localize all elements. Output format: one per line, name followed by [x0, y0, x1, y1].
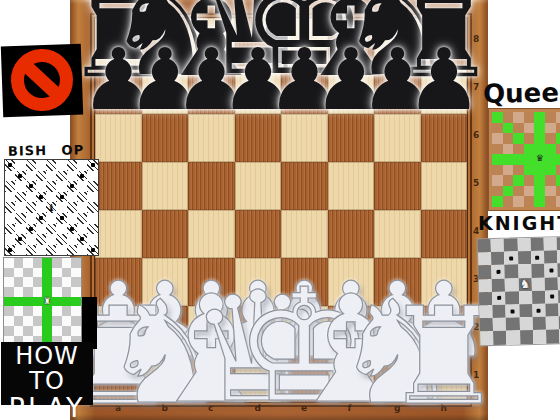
mini-square [478, 252, 492, 266]
mini-square [77, 171, 87, 182]
mini-square [87, 160, 97, 171]
mini-square [42, 258, 52, 268]
mini-square [15, 224, 25, 235]
mini-square [519, 291, 533, 305]
mini-square [14, 316, 24, 326]
mini-square [517, 238, 531, 252]
mini-square [491, 239, 505, 253]
square-f5[interactable] [328, 162, 375, 210]
mini-square [23, 258, 33, 268]
mini-square [14, 306, 24, 316]
square-h5[interactable] [421, 162, 468, 210]
rank-label-5: 5 [473, 178, 479, 188]
mini-square [77, 192, 87, 203]
mini-square [26, 160, 36, 171]
mini-square [42, 277, 52, 287]
mini-square [479, 292, 493, 306]
mini-square [5, 171, 15, 182]
mini-square [556, 186, 560, 197]
mini-square [519, 317, 533, 331]
mini-square [534, 133, 545, 144]
mini-square [77, 234, 87, 245]
mini-square [56, 213, 66, 224]
bishop-move-dot [80, 174, 84, 178]
mini-square [67, 160, 77, 171]
bishop-icon: ♝ [47, 202, 56, 212]
piece-black-pawn-h7[interactable]: ♟ [406, 37, 482, 122]
bishop-move-dot [18, 174, 22, 178]
mini-square [36, 245, 46, 256]
mini-square [545, 303, 559, 317]
mini-square [87, 234, 97, 245]
mini-square [46, 160, 56, 171]
mini-square [513, 196, 524, 207]
mini-square [4, 326, 14, 336]
mini-square [518, 264, 532, 278]
mini-square [492, 123, 503, 134]
mini-square [23, 268, 33, 278]
square-d4[interactable] [235, 210, 282, 258]
mini-square [545, 133, 556, 144]
mini-square [479, 279, 493, 293]
mini-square [77, 181, 87, 192]
mini-square [556, 165, 560, 176]
mini-square [87, 171, 97, 182]
mini-square [36, 160, 46, 171]
knight-move-dot [510, 309, 514, 313]
mini-square [478, 265, 492, 279]
mini-square [556, 133, 560, 144]
chess-board-frame: ♜♞♝♛♚♝♞♜♟♟♟♟♟♟♟♟♟♟♟♟♟♟♟♟♜♞♝♛♚♝♞♜ abcdefg… [70, 0, 488, 420]
mini-square [46, 234, 56, 245]
knight-card-title: KNIGHT [478, 212, 560, 234]
mini-square [14, 268, 24, 278]
mini-square [67, 171, 77, 182]
mini-square [42, 306, 52, 316]
no-entry-sign[interactable] [1, 44, 83, 118]
mini-square [545, 144, 556, 155]
square-g4[interactable] [374, 210, 421, 258]
mini-square [36, 181, 46, 192]
mini-square [503, 112, 514, 123]
mini-square [545, 123, 556, 134]
mini-square [556, 154, 560, 165]
knight-icon: ♞ [519, 278, 530, 290]
mini-square [56, 160, 66, 171]
mini-square [33, 268, 43, 278]
bishop-move-dot [18, 237, 22, 241]
mini-square [533, 330, 547, 344]
mini-square [513, 133, 524, 144]
mini-square [23, 326, 33, 336]
bishop-move-dot [39, 195, 43, 199]
mini-square: ♛ [534, 154, 545, 165]
mini-square [33, 316, 43, 326]
mini-square: ♜ [42, 297, 52, 307]
mini-square [26, 213, 36, 224]
mini-square [524, 196, 535, 207]
mini-square [36, 234, 46, 245]
mini-square [71, 326, 81, 336]
bishop-move-dot [29, 227, 33, 231]
mini-square [77, 213, 87, 224]
mini-square [46, 181, 56, 192]
mini-square [62, 258, 72, 268]
mini-square [71, 316, 81, 326]
rook-moves-diagram: ♜ [3, 257, 82, 346]
bishop-move-dot [29, 184, 33, 188]
mini-square [544, 251, 558, 265]
mini-square [524, 175, 535, 186]
mini-square [67, 245, 77, 256]
mini-square [67, 202, 77, 213]
mini-square [52, 306, 62, 316]
mini-square [14, 287, 24, 297]
mini-square [36, 213, 46, 224]
mini-square [492, 133, 503, 144]
mini-square [62, 277, 72, 287]
mini-square [62, 316, 72, 326]
mini-square [52, 297, 62, 307]
mini-square [545, 175, 556, 186]
mini-square [4, 316, 14, 326]
mini-square [478, 239, 492, 253]
mini-square [71, 268, 81, 278]
mini-square [62, 306, 72, 316]
mini-square [33, 277, 43, 287]
mini-square [492, 278, 506, 292]
mini-square [532, 317, 546, 331]
mini-square [71, 258, 81, 268]
square-e4[interactable] [281, 210, 328, 258]
knight-moves-diagram: ♞ [477, 236, 560, 346]
mini-square [479, 305, 493, 319]
bishop-move-dot [39, 216, 43, 220]
mini-square [62, 297, 72, 307]
mini-square [520, 330, 534, 344]
mini-square [77, 160, 87, 171]
mini-square [23, 297, 33, 307]
mini-square [530, 238, 544, 252]
mini-square [71, 287, 81, 297]
mini-square [87, 192, 97, 203]
mini-square [513, 186, 524, 197]
mini-square [33, 326, 43, 336]
mini-square [545, 277, 559, 291]
bishop-move-dot [80, 237, 84, 241]
mini-square [52, 258, 62, 268]
mini-square [52, 326, 62, 336]
mini-square [503, 165, 514, 176]
mini-square [46, 224, 56, 235]
mini-square [492, 154, 503, 165]
mini-square [15, 181, 25, 192]
knight-move-dot [535, 256, 539, 260]
mini-square [26, 192, 36, 203]
mini-square [492, 165, 503, 176]
bishop-move-dot [70, 227, 74, 231]
mini-square [492, 265, 506, 279]
mini-square [492, 186, 503, 197]
mini-square [26, 245, 36, 256]
bishop-move-dot [8, 248, 12, 252]
mini-square [26, 234, 36, 245]
bishop-move-dot [91, 163, 95, 167]
mini-square [5, 181, 15, 192]
mini-square [545, 165, 556, 176]
knight-move-dot [550, 295, 554, 299]
square-b4[interactable] [142, 210, 189, 258]
mini-square [524, 165, 535, 176]
mini-square: ♞ [518, 278, 532, 292]
mini-square [52, 268, 62, 278]
mini-square [56, 192, 66, 203]
mini-square [26, 181, 36, 192]
mini-square [87, 213, 97, 224]
mini-square [534, 123, 545, 134]
mini-square [46, 245, 56, 256]
mini-square [513, 175, 524, 186]
mini-square [77, 224, 87, 235]
mini-square [545, 186, 556, 197]
mini-square [506, 317, 520, 331]
mini-square [67, 213, 77, 224]
mini-square [87, 245, 97, 256]
mini-square [15, 213, 25, 224]
mini-square [56, 171, 66, 182]
mini-square [506, 304, 520, 318]
mini-square [503, 175, 514, 186]
mini-square [62, 287, 72, 297]
mini-square [503, 123, 514, 134]
mini-square [544, 264, 558, 278]
mini-square [14, 258, 24, 268]
mini-square [534, 112, 545, 123]
mini-square [14, 297, 24, 307]
mini-square [5, 192, 15, 203]
square-a5[interactable] [95, 162, 142, 210]
mini-square [545, 154, 556, 165]
square-a4[interactable] [95, 210, 142, 258]
mini-square [23, 306, 33, 316]
mini-square [56, 181, 66, 192]
mini-square [15, 245, 25, 256]
mini-square [513, 144, 524, 155]
mini-square [52, 287, 62, 297]
bishop-move-dot [8, 163, 12, 167]
mini-square [556, 112, 560, 123]
how-to-play-button[interactable]: HOW TO PLAY [1, 342, 93, 405]
mini-square [15, 202, 25, 213]
knight-move-dot [549, 268, 553, 272]
mini-square [33, 297, 43, 307]
mini-square [546, 330, 560, 344]
mini-square [493, 331, 507, 345]
mini-square [4, 297, 14, 307]
mini-square [544, 237, 558, 251]
mini-square [534, 165, 545, 176]
queen-icon: ♛ [536, 155, 544, 164]
mini-square [67, 181, 77, 192]
mini-square [77, 202, 87, 213]
mini-square [513, 123, 524, 134]
mini-square [46, 213, 56, 224]
mini-square [33, 258, 43, 268]
mini-square [492, 196, 503, 207]
mini-square [519, 304, 533, 318]
mini-square [71, 297, 81, 307]
mini-square [492, 112, 503, 123]
mini-square [524, 186, 535, 197]
queen-moves-diagram: ♛ [489, 109, 560, 210]
mini-square [518, 251, 532, 265]
mini-square [52, 277, 62, 287]
mini-square [5, 245, 15, 256]
mini-square [505, 265, 519, 279]
mini-square [14, 277, 24, 287]
mini-square [62, 268, 72, 278]
bishop-moves-diagram: ♝ [4, 159, 99, 256]
bishop-move-dot [70, 184, 74, 188]
mini-square [23, 277, 33, 287]
square-d5[interactable] [235, 162, 282, 210]
mini-square [524, 123, 535, 134]
mini-square [532, 290, 546, 304]
mini-square [62, 326, 72, 336]
mini-square [87, 181, 97, 192]
mini-square [524, 133, 535, 144]
mini-square [480, 331, 494, 345]
mini-square [4, 306, 14, 316]
mini-square [524, 154, 535, 165]
mini-square [503, 196, 514, 207]
mini-square [504, 238, 518, 252]
mini-square [36, 202, 46, 213]
mini-square [506, 331, 520, 345]
bishop-move-dot [60, 216, 64, 220]
mini-square [493, 318, 507, 332]
mini-square [5, 234, 15, 245]
mini-square [15, 171, 25, 182]
square-f4[interactable] [328, 210, 375, 258]
mini-square [42, 316, 52, 326]
mini-square [531, 251, 545, 265]
mini-square [505, 291, 519, 305]
square-b5[interactable] [142, 162, 189, 210]
mini-square [556, 144, 560, 155]
mini-square [504, 252, 518, 266]
mini-square [67, 192, 77, 203]
mini-square [71, 277, 81, 287]
mini-square [15, 160, 25, 171]
mini-square [545, 112, 556, 123]
mini-square [492, 175, 503, 186]
mini-square [503, 154, 514, 165]
mini-square [56, 245, 66, 256]
mini-square [42, 326, 52, 336]
mini-square [56, 202, 66, 213]
mini-square [545, 196, 556, 207]
mini-square [531, 277, 545, 291]
mini-square [534, 175, 545, 186]
mini-square [531, 264, 545, 278]
mini-square [480, 318, 494, 332]
square-c4[interactable] [188, 210, 235, 258]
square-e5[interactable] [281, 162, 328, 210]
mini-square [534, 196, 545, 207]
mini-square [503, 186, 514, 197]
mini-square [5, 160, 15, 171]
mini-square [4, 268, 14, 278]
bishop-move-dot [91, 248, 95, 252]
mini-square [492, 291, 506, 305]
mini-square [67, 234, 77, 245]
how-to-play-line1: HOW TO [1, 344, 93, 394]
mini-square [4, 277, 14, 287]
mini-square [556, 175, 560, 186]
mini-square [4, 258, 14, 268]
mini-square [23, 287, 33, 297]
knight-move-dot [537, 308, 541, 312]
mini-square [556, 196, 560, 207]
mini-square [505, 278, 519, 292]
mini-square [492, 144, 503, 155]
square-c5[interactable] [188, 162, 235, 210]
square-g5[interactable] [374, 162, 421, 210]
mini-square [15, 192, 25, 203]
bishop-move-dot [60, 195, 64, 199]
mini-square [14, 326, 24, 336]
square-h4[interactable] [421, 210, 468, 258]
mini-square [513, 165, 524, 176]
mini-square [33, 287, 43, 297]
mini-square [42, 268, 52, 278]
mini-square [5, 202, 15, 213]
knight-move-dot [496, 270, 500, 274]
mini-square: ♝ [46, 202, 56, 213]
mini-square [532, 304, 546, 318]
mini-square [87, 224, 97, 235]
rank-label-6: 6 [473, 130, 479, 140]
mini-square [52, 316, 62, 326]
mini-square [524, 144, 535, 155]
how-to-play-line2: PLAY [1, 394, 93, 420]
mini-square [493, 305, 507, 319]
mini-square [26, 171, 36, 182]
mini-square [36, 224, 46, 235]
mini-square [546, 316, 560, 330]
mini-square [503, 144, 514, 155]
mini-square [545, 290, 559, 304]
mini-square [513, 112, 524, 123]
bishop-card-title: BISH OP [8, 142, 84, 158]
mini-square [26, 224, 36, 235]
mini-square [71, 306, 81, 316]
mini-square [513, 154, 524, 165]
mini-square [56, 234, 66, 245]
mini-square [87, 202, 97, 213]
knight-move-dot [509, 256, 513, 260]
queen-card-title: Queen [483, 77, 560, 109]
mini-square [23, 316, 33, 326]
mini-square [534, 186, 545, 197]
mini-square [36, 171, 46, 182]
mini-square [56, 224, 66, 235]
knight-move-dot [497, 296, 501, 300]
mini-square [5, 213, 15, 224]
mini-square [491, 252, 505, 266]
rook-icon: ♜ [43, 297, 51, 306]
